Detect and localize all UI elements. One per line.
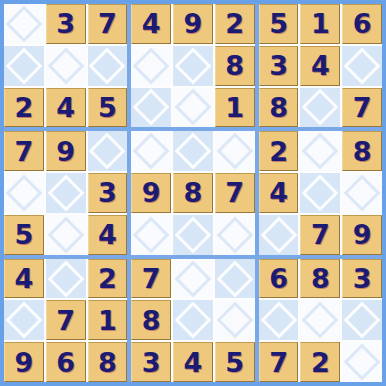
cell-r6c2[interactable] bbox=[46, 215, 86, 255]
cell-r8c9[interactable] bbox=[342, 300, 382, 340]
empty-cell-diamond-icon bbox=[302, 133, 339, 170]
cell-r1c4[interactable]: 4 bbox=[131, 4, 171, 44]
cell-r8c4[interactable]: 8 bbox=[131, 300, 171, 340]
empty-cell-diamond-icon bbox=[47, 47, 84, 84]
empty-cell-diamond-icon bbox=[47, 175, 84, 212]
cell-r5c9[interactable] bbox=[342, 173, 382, 213]
cell-r8c3[interactable]: 1 bbox=[88, 300, 128, 340]
cell-value: 8 bbox=[184, 179, 203, 206]
cell-r1c7[interactable]: 5 bbox=[259, 4, 299, 44]
sudoku-box-3-2: 78345 bbox=[131, 259, 254, 382]
cell-value: 2 bbox=[269, 138, 288, 165]
cell-r7c8[interactable]: 8 bbox=[300, 259, 340, 299]
cell-value: 7 bbox=[353, 94, 372, 121]
cell-r3c6[interactable]: 1 bbox=[215, 88, 255, 128]
cell-r5c7[interactable]: 4 bbox=[259, 173, 299, 213]
empty-cell-diamond-icon bbox=[175, 89, 212, 126]
cell-r1c2[interactable]: 3 bbox=[46, 4, 86, 44]
cell-r5c6[interactable]: 7 bbox=[215, 173, 255, 213]
cell-value: 8 bbox=[225, 52, 244, 79]
empty-cell-diamond-icon bbox=[175, 133, 212, 170]
cell-value: 1 bbox=[98, 307, 117, 334]
empty-cell-diamond-icon bbox=[216, 216, 253, 253]
cell-r7c5[interactable] bbox=[173, 259, 213, 299]
cell-r4c8[interactable] bbox=[300, 131, 340, 171]
cell-value: 4 bbox=[269, 179, 288, 206]
cell-r9c1[interactable]: 9 bbox=[4, 342, 44, 382]
cell-value: 2 bbox=[98, 265, 117, 292]
cell-value: 6 bbox=[353, 10, 372, 37]
cell-r6c7[interactable] bbox=[259, 215, 299, 255]
cell-value: 8 bbox=[353, 138, 372, 165]
empty-cell-diamond-icon bbox=[5, 47, 42, 84]
cell-r5c2[interactable] bbox=[46, 173, 86, 213]
cell-value: 5 bbox=[98, 94, 117, 121]
cell-r9c3[interactable]: 8 bbox=[88, 342, 128, 382]
cell-r6c9[interactable]: 9 bbox=[342, 215, 382, 255]
cell-value: 5 bbox=[225, 349, 244, 376]
empty-cell-diamond-icon bbox=[260, 302, 297, 339]
cell-value: 4 bbox=[184, 349, 203, 376]
cell-r8c7[interactable] bbox=[259, 300, 299, 340]
cell-r8c6[interactable] bbox=[215, 300, 255, 340]
cell-r9c9[interactable] bbox=[342, 342, 382, 382]
cell-r9c2[interactable]: 6 bbox=[46, 342, 86, 382]
empty-cell-diamond-icon bbox=[302, 89, 339, 126]
sudoku-box-1-2: 49281 bbox=[131, 4, 254, 127]
cell-value: 4 bbox=[142, 10, 161, 37]
cell-value: 5 bbox=[14, 221, 33, 248]
cell-r2c6[interactable]: 8 bbox=[215, 46, 255, 86]
cell-value: 7 bbox=[142, 265, 161, 292]
cell-r3c7[interactable]: 8 bbox=[259, 88, 299, 128]
cell-value: 2 bbox=[225, 10, 244, 37]
cell-r3c1[interactable]: 2 bbox=[4, 88, 44, 128]
cell-value: 2 bbox=[311, 349, 330, 376]
cell-value: 1 bbox=[225, 94, 244, 121]
cell-r7c1[interactable]: 4 bbox=[4, 259, 44, 299]
cell-value: 9 bbox=[184, 10, 203, 37]
empty-cell-diamond-icon bbox=[47, 260, 84, 297]
empty-cell-diamond-icon bbox=[344, 302, 381, 339]
cell-r3c8[interactable] bbox=[300, 88, 340, 128]
sudoku-box-3-3: 68372 bbox=[259, 259, 382, 382]
cell-r3c2[interactable]: 4 bbox=[46, 88, 86, 128]
empty-cell-diamond-icon bbox=[344, 175, 381, 212]
cell-value: 9 bbox=[14, 349, 33, 376]
cell-r5c8[interactable] bbox=[300, 173, 340, 213]
cell-r2c8[interactable]: 4 bbox=[300, 46, 340, 86]
cell-r4c5[interactable] bbox=[173, 131, 213, 171]
cell-r1c6[interactable]: 2 bbox=[215, 4, 255, 44]
cell-r1c8[interactable]: 1 bbox=[300, 4, 340, 44]
cell-r9c5[interactable]: 4 bbox=[173, 342, 213, 382]
empty-cell-diamond-icon bbox=[47, 216, 84, 253]
cell-value: 9 bbox=[56, 138, 75, 165]
cell-r2c9[interactable] bbox=[342, 46, 382, 86]
empty-cell-diamond-icon bbox=[133, 47, 170, 84]
cell-value: 7 bbox=[311, 221, 330, 248]
cell-value: 8 bbox=[142, 307, 161, 334]
cell-value: 9 bbox=[142, 179, 161, 206]
sudoku-box-3-1: 4271968 bbox=[4, 259, 127, 382]
cell-value: 7 bbox=[98, 10, 117, 37]
cell-value: 8 bbox=[311, 265, 330, 292]
cell-r4c9[interactable]: 8 bbox=[342, 131, 382, 171]
cell-r5c3[interactable]: 3 bbox=[88, 173, 128, 213]
cell-value: 7 bbox=[225, 179, 244, 206]
cell-r2c7[interactable]: 3 bbox=[259, 46, 299, 86]
empty-cell-diamond-icon bbox=[5, 175, 42, 212]
cell-r5c1[interactable] bbox=[4, 173, 44, 213]
empty-cell-diamond-icon bbox=[133, 89, 170, 126]
cell-value: 7 bbox=[269, 349, 288, 376]
empty-cell-diamond-icon bbox=[175, 302, 212, 339]
cell-value: 3 bbox=[142, 349, 161, 376]
cell-r8c5[interactable] bbox=[173, 300, 213, 340]
cell-value: 3 bbox=[98, 179, 117, 206]
cell-value: 4 bbox=[14, 265, 33, 292]
cell-r2c3[interactable] bbox=[88, 46, 128, 86]
cell-value: 6 bbox=[269, 265, 288, 292]
cell-r3c5[interactable] bbox=[173, 88, 213, 128]
cell-value: 3 bbox=[56, 10, 75, 37]
cell-r4c6[interactable] bbox=[215, 131, 255, 171]
cell-value: 8 bbox=[98, 349, 117, 376]
cell-r1c9[interactable]: 6 bbox=[342, 4, 382, 44]
cell-r1c3[interactable]: 7 bbox=[88, 4, 128, 44]
cell-r7c2[interactable] bbox=[46, 259, 86, 299]
cell-r6c8[interactable]: 7 bbox=[300, 215, 340, 255]
cell-r7c4[interactable]: 7 bbox=[131, 259, 171, 299]
cell-value: 2 bbox=[14, 94, 33, 121]
cell-r1c5[interactable]: 9 bbox=[173, 4, 213, 44]
cell-r4c1[interactable]: 7 bbox=[4, 131, 44, 171]
cell-r4c7[interactable]: 2 bbox=[259, 131, 299, 171]
cell-r6c3[interactable]: 4 bbox=[88, 215, 128, 255]
sudoku-box-2-2: 987 bbox=[131, 131, 254, 254]
cell-value: 9 bbox=[353, 221, 372, 248]
cell-value: 3 bbox=[269, 52, 288, 79]
empty-cell-diamond-icon bbox=[133, 133, 170, 170]
cell-r7c9[interactable]: 3 bbox=[342, 259, 382, 299]
empty-cell-diamond-icon bbox=[260, 216, 297, 253]
cell-value: 5 bbox=[269, 10, 288, 37]
cell-r2c2[interactable] bbox=[46, 46, 86, 86]
cell-r8c8[interactable] bbox=[300, 300, 340, 340]
cell-r3c4[interactable] bbox=[131, 88, 171, 128]
cell-r3c3[interactable]: 5 bbox=[88, 88, 128, 128]
cell-r6c6[interactable] bbox=[215, 215, 255, 255]
empty-cell-diamond-icon bbox=[5, 302, 42, 339]
cell-r7c3[interactable]: 2 bbox=[88, 259, 128, 299]
cell-r9c4[interactable]: 3 bbox=[131, 342, 171, 382]
cell-r4c2[interactable]: 9 bbox=[46, 131, 86, 171]
sudoku-box-2-1: 79354 bbox=[4, 131, 127, 254]
cell-r9c8[interactable]: 2 bbox=[300, 342, 340, 382]
empty-cell-diamond-icon bbox=[216, 133, 253, 170]
cell-r7c7[interactable]: 6 bbox=[259, 259, 299, 299]
empty-cell-diamond-icon bbox=[89, 133, 126, 170]
cell-r7c6[interactable] bbox=[215, 259, 255, 299]
empty-cell-diamond-icon bbox=[89, 47, 126, 84]
cell-r3c9[interactable]: 7 bbox=[342, 88, 382, 128]
cell-value: 3 bbox=[353, 265, 372, 292]
cell-r6c5[interactable] bbox=[173, 215, 213, 255]
empty-cell-diamond-icon bbox=[344, 344, 381, 381]
cell-r4c4[interactable] bbox=[131, 131, 171, 171]
cell-value: 4 bbox=[311, 52, 330, 79]
cell-r6c1[interactable]: 5 bbox=[4, 215, 44, 255]
cell-r9c6[interactable]: 5 bbox=[215, 342, 255, 382]
cell-r1c1[interactable] bbox=[4, 4, 44, 44]
cell-value: 4 bbox=[98, 221, 117, 248]
empty-cell-diamond-icon bbox=[5, 5, 42, 42]
cell-r5c5[interactable]: 8 bbox=[173, 173, 213, 213]
empty-cell-diamond-icon bbox=[175, 47, 212, 84]
sudoku-box-1-1: 37245 bbox=[4, 4, 127, 127]
cell-r2c4[interactable] bbox=[131, 46, 171, 86]
empty-cell-diamond-icon bbox=[344, 47, 381, 84]
cell-r8c2[interactable]: 7 bbox=[46, 300, 86, 340]
empty-cell-diamond-icon bbox=[175, 260, 212, 297]
cell-r4c3[interactable] bbox=[88, 131, 128, 171]
cell-r9c7[interactable]: 7 bbox=[259, 342, 299, 382]
cell-r5c4[interactable]: 9 bbox=[131, 173, 171, 213]
empty-cell-diamond-icon bbox=[216, 260, 253, 297]
cell-value: 7 bbox=[14, 138, 33, 165]
cell-r2c5[interactable] bbox=[173, 46, 213, 86]
cell-r8c1[interactable] bbox=[4, 300, 44, 340]
cell-value: 4 bbox=[56, 94, 75, 121]
sudoku-board: 3724549281516348779354987284794271968783… bbox=[0, 0, 386, 386]
cell-r2c1[interactable] bbox=[4, 46, 44, 86]
cell-value: 6 bbox=[56, 349, 75, 376]
empty-cell-diamond-icon bbox=[302, 175, 339, 212]
cell-r6c4[interactable] bbox=[131, 215, 171, 255]
empty-cell-diamond-icon bbox=[302, 302, 339, 339]
empty-cell-diamond-icon bbox=[175, 216, 212, 253]
empty-cell-diamond-icon bbox=[216, 302, 253, 339]
empty-cell-diamond-icon bbox=[133, 216, 170, 253]
sudoku-box-2-3: 28479 bbox=[259, 131, 382, 254]
cell-value: 7 bbox=[56, 307, 75, 334]
cell-value: 1 bbox=[311, 10, 330, 37]
cell-value: 8 bbox=[269, 94, 288, 121]
sudoku-box-1-3: 5163487 bbox=[259, 4, 382, 127]
